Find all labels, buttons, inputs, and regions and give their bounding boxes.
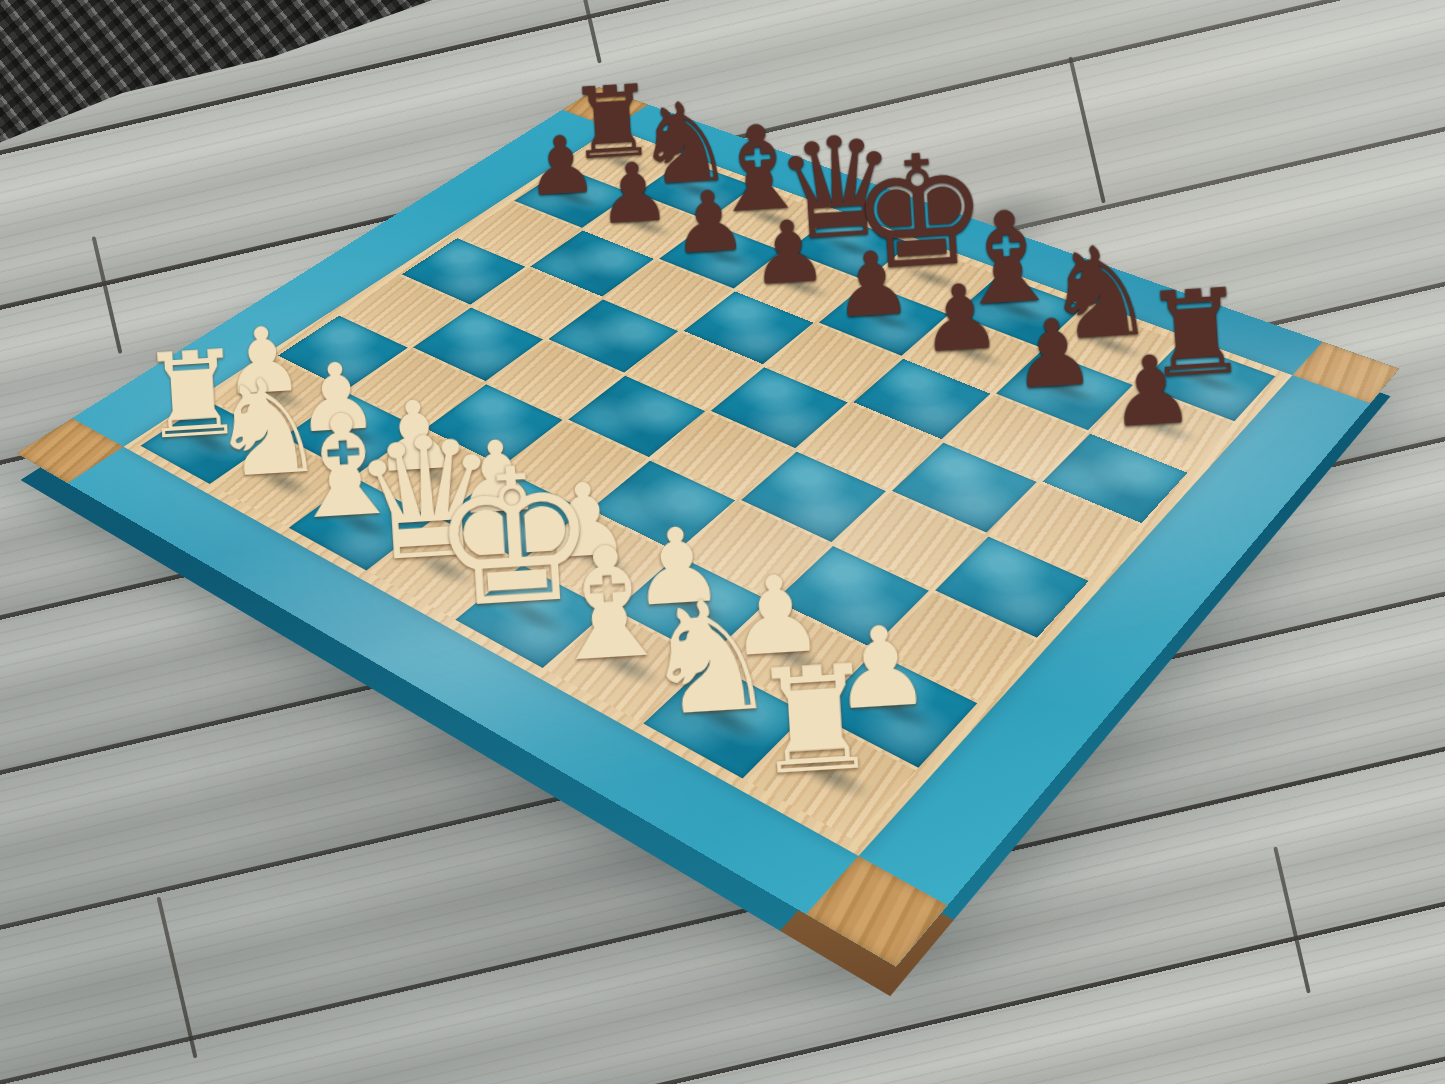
piece-white-rook[interactable]: ♜ [699, 645, 931, 795]
board-surface: ♜♞♝♛♚♝♞♜♟♟♟♟♟♟♟♟♟♟♟♟♟♟♟♟♜♞♝♛♚♝♞♜ [16, 87, 1399, 967]
board-perspective: ♜♞♝♛♚♝♞♜♟♟♟♟♟♟♟♟♟♟♟♟♟♟♟♟♜♞♝♛♚♝♞♜ [0, 0, 1442, 1084]
piece-black-pawn[interactable]: ♟ [1056, 341, 1247, 442]
photo-stage: ♜♞♝♛♚♝♞♜♟♟♟♟♟♟♟♟♟♟♟♟♟♟♟♟♜♞♝♛♚♝♞♜ [0, 0, 1445, 1084]
board-inner-frame: ♜♞♝♛♚♝♞♜♟♟♟♟♟♟♟♟♟♟♟♟♟♟♟♟♜♞♝♛♚♝♞♜ [124, 128, 1293, 856]
board-perspective-wrapper: ♜♞♝♛♚♝♞♜♟♟♟♟♟♟♟♟♟♟♟♟♟♟♟♟♜♞♝♛♚♝♞♜ [0, 0, 1442, 1084]
square-h1[interactable]: ♜ [747, 716, 916, 840]
chess-board: ♜♞♝♛♚♝♞♜♟♟♟♟♟♟♟♟♟♟♟♟♟♟♟♟♜♞♝♛♚♝♞♜ [16, 87, 1399, 967]
